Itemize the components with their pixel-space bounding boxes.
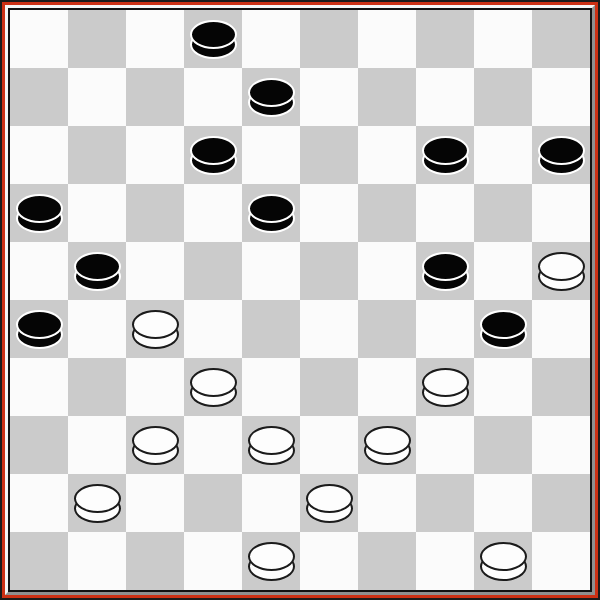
light-square-r4c4 (184, 184, 242, 242)
piece-cap (190, 20, 237, 49)
square-3[interactable] (300, 10, 358, 68)
square-20[interactable] (474, 184, 532, 242)
light-square-r3c9 (474, 126, 532, 184)
piece-cap (538, 252, 585, 281)
square-2[interactable] (184, 10, 242, 68)
square-1[interactable] (68, 10, 126, 68)
piece-cap (16, 310, 63, 339)
white-man-square-43[interactable] (306, 484, 353, 523)
black-man-square-8[interactable] (248, 78, 295, 117)
board-frame-inner (8, 8, 592, 592)
board-frame-outer (0, 0, 600, 600)
light-square-r10c4 (184, 532, 242, 590)
piece-cap (306, 484, 353, 513)
square-16[interactable] (10, 184, 68, 242)
light-square-r6c6 (300, 300, 358, 358)
light-square-r8c8 (416, 416, 474, 474)
square-22[interactable] (184, 242, 242, 300)
square-47[interactable] (126, 532, 184, 590)
square-29[interactable] (358, 300, 416, 358)
light-square-r6c8 (416, 300, 474, 358)
square-30[interactable] (474, 300, 532, 358)
square-14[interactable] (416, 126, 474, 184)
piece-cap (190, 368, 237, 397)
piece-cap (422, 252, 469, 281)
light-square-r7c1 (10, 358, 68, 416)
square-18[interactable] (242, 184, 300, 242)
piece-cap (364, 426, 411, 455)
square-27[interactable] (126, 300, 184, 358)
piece-cap (132, 310, 179, 339)
square-48[interactable] (242, 532, 300, 590)
piece-cap (422, 136, 469, 165)
square-10[interactable] (474, 68, 532, 126)
square-42[interactable] (184, 474, 242, 532)
square-44[interactable] (416, 474, 474, 532)
light-square-r2c10 (532, 68, 590, 126)
square-17[interactable] (126, 184, 184, 242)
light-square-r7c7 (358, 358, 416, 416)
light-square-r2c2 (68, 68, 126, 126)
light-square-r9c7 (358, 474, 416, 532)
light-square-r5c3 (126, 242, 184, 300)
black-man-square-30[interactable] (480, 310, 527, 349)
light-square-r4c6 (300, 184, 358, 242)
light-square-r7c9 (474, 358, 532, 416)
piece-cap (74, 484, 121, 513)
square-8[interactable] (242, 68, 300, 126)
light-square-r6c2 (68, 300, 126, 358)
square-13[interactable] (300, 126, 358, 184)
light-square-r4c2 (68, 184, 126, 242)
board-frame-red (2, 2, 598, 598)
black-man-square-21[interactable] (74, 252, 121, 291)
square-32[interactable] (184, 358, 242, 416)
piece-cap (190, 136, 237, 165)
white-man-square-37[interactable] (132, 426, 179, 465)
square-4[interactable] (416, 10, 474, 68)
square-50[interactable] (474, 532, 532, 590)
square-43[interactable] (300, 474, 358, 532)
black-man-square-12[interactable] (190, 136, 237, 175)
square-45[interactable] (532, 474, 590, 532)
square-23[interactable] (300, 242, 358, 300)
light-square-r5c9 (474, 242, 532, 300)
square-34[interactable] (416, 358, 474, 416)
light-square-r3c7 (358, 126, 416, 184)
piece-cap (248, 194, 295, 223)
white-man-square-27[interactable] (132, 310, 179, 349)
light-square-r9c3 (126, 474, 184, 532)
square-21[interactable] (68, 242, 126, 300)
piece-cap (16, 194, 63, 223)
square-46[interactable] (10, 532, 68, 590)
square-26[interactable] (10, 300, 68, 358)
light-square-r7c3 (126, 358, 184, 416)
white-man-square-32[interactable] (190, 368, 237, 407)
square-5[interactable] (532, 10, 590, 68)
light-square-r10c8 (416, 532, 474, 590)
light-square-r6c10 (532, 300, 590, 358)
light-square-r4c8 (416, 184, 474, 242)
square-49[interactable] (358, 532, 416, 590)
square-39[interactable] (358, 416, 416, 474)
light-square-r3c3 (126, 126, 184, 184)
square-15[interactable] (532, 126, 590, 184)
piece-cap (132, 426, 179, 455)
square-12[interactable] (184, 126, 242, 184)
black-man-square-14[interactable] (422, 136, 469, 175)
square-38[interactable] (242, 416, 300, 474)
light-square-r8c4 (184, 416, 242, 474)
light-square-r3c1 (10, 126, 68, 184)
light-square-r6c4 (184, 300, 242, 358)
light-square-r5c5 (242, 242, 300, 300)
black-man-square-16[interactable] (16, 194, 63, 233)
black-man-square-18[interactable] (248, 194, 295, 233)
black-man-square-2[interactable] (190, 20, 237, 59)
square-37[interactable] (126, 416, 184, 474)
white-man-square-25[interactable] (538, 252, 585, 291)
light-square-r9c5 (242, 474, 300, 532)
piece-cap (480, 542, 527, 571)
piece-cap (248, 78, 295, 107)
square-36[interactable] (10, 416, 68, 474)
light-square-r9c1 (10, 474, 68, 532)
square-6[interactable] (10, 68, 68, 126)
light-square-r3c5 (242, 126, 300, 184)
square-24[interactable] (416, 242, 474, 300)
black-man-square-15[interactable] (538, 136, 585, 175)
light-square-r1c7 (358, 10, 416, 68)
square-9[interactable] (358, 68, 416, 126)
black-man-square-24[interactable] (422, 252, 469, 291)
square-19[interactable] (358, 184, 416, 242)
square-40[interactable] (474, 416, 532, 474)
white-man-square-48[interactable] (248, 542, 295, 581)
piece-cap (480, 310, 527, 339)
light-square-r5c1 (10, 242, 68, 300)
white-man-square-34[interactable] (422, 368, 469, 407)
white-man-square-39[interactable] (364, 426, 411, 465)
square-11[interactable] (68, 126, 126, 184)
light-square-r7c5 (242, 358, 300, 416)
square-7[interactable] (126, 68, 184, 126)
white-man-square-50[interactable] (480, 542, 527, 581)
light-square-r2c6 (300, 68, 358, 126)
light-square-r10c6 (300, 532, 358, 590)
piece-cap (74, 252, 121, 281)
black-man-square-26[interactable] (16, 310, 63, 349)
square-31[interactable] (68, 358, 126, 416)
light-square-r8c10 (532, 416, 590, 474)
light-square-r10c2 (68, 532, 126, 590)
white-man-square-41[interactable] (74, 484, 121, 523)
light-square-r2c8 (416, 68, 474, 126)
light-square-r1c1 (10, 10, 68, 68)
light-square-r8c6 (300, 416, 358, 474)
light-square-r9c9 (474, 474, 532, 532)
light-square-r10c10 (532, 532, 590, 590)
board-frame-bevel (5, 5, 595, 595)
light-square-r8c2 (68, 416, 126, 474)
light-square-r1c9 (474, 10, 532, 68)
light-square-r4c10 (532, 184, 590, 242)
square-33[interactable] (300, 358, 358, 416)
piece-cap (538, 136, 585, 165)
square-35[interactable] (532, 358, 590, 416)
light-square-r2c4 (184, 68, 242, 126)
square-25[interactable] (532, 242, 590, 300)
piece-cap (422, 368, 469, 397)
square-41[interactable] (68, 474, 126, 532)
draughts-board (10, 10, 590, 590)
light-square-r1c5 (242, 10, 300, 68)
light-square-r5c7 (358, 242, 416, 300)
piece-cap (248, 426, 295, 455)
square-28[interactable] (242, 300, 300, 358)
piece-cap (248, 542, 295, 571)
white-man-square-38[interactable] (248, 426, 295, 465)
light-square-r1c3 (126, 10, 184, 68)
